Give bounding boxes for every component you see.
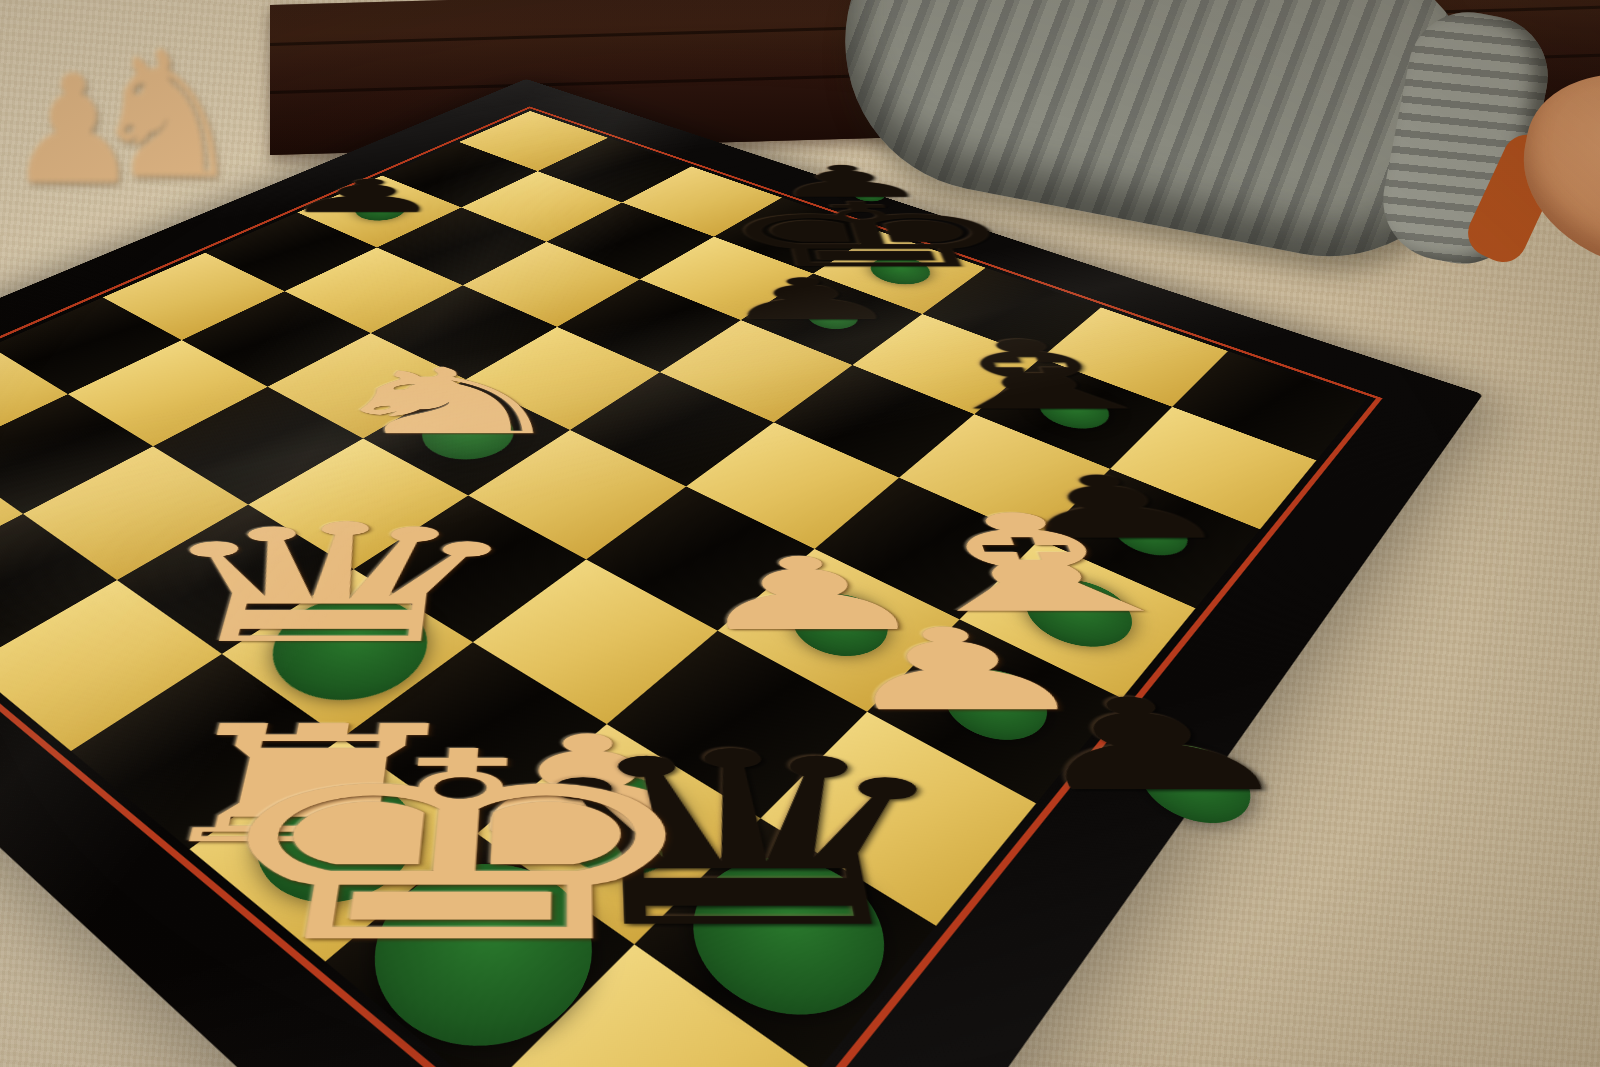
chess-photo-scene: ♟♚♟♝♟♟♝♟♞♟♟♛♟♛♜♚ ♞♟ bbox=[0, 0, 1600, 1067]
white-knight-glyph: ♞ bbox=[301, 357, 584, 449]
white-pawn-captured-on-table: ♟ bbox=[6, 55, 140, 205]
white-queen-glyph: ♛ bbox=[97, 504, 542, 669]
black-pawn-glyph: ♟ bbox=[709, 271, 912, 328]
white-king-glyph: ♚ bbox=[149, 722, 739, 985]
black-pawn-glyph: ♟ bbox=[274, 174, 452, 219]
black-bishop-glyph: ♝ bbox=[876, 329, 1210, 425]
